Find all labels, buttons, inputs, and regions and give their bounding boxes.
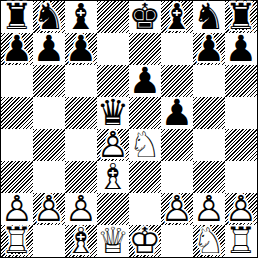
square-c5[interactable] bbox=[65, 97, 97, 129]
square-g6[interactable] bbox=[193, 65, 225, 97]
square-f8[interactable]: ♝♝ bbox=[161, 1, 193, 33]
square-h4[interactable] bbox=[225, 129, 257, 161]
piece-black-pawn[interactable]: ♟♟ bbox=[161, 97, 193, 129]
square-e4[interactable]: ♞♘ bbox=[129, 129, 161, 161]
square-f7[interactable] bbox=[161, 33, 193, 65]
piece-black-pawn[interactable]: ♟♟ bbox=[65, 33, 97, 65]
piece-white-pawn[interactable]: ♟♙ bbox=[33, 193, 65, 225]
piece-black-king[interactable]: ♚♚ bbox=[129, 1, 161, 33]
piece-white-rook[interactable]: ♜♖ bbox=[225, 225, 257, 257]
piece-black-pawn[interactable]: ♟♟ bbox=[193, 33, 225, 65]
black-bishop-icon: ♝ bbox=[161, 1, 193, 33]
square-g5[interactable] bbox=[193, 97, 225, 129]
white-knight-icon: ♘ bbox=[193, 225, 225, 257]
white-bishop-icon: ♗ bbox=[65, 225, 97, 257]
square-a4[interactable] bbox=[1, 129, 33, 161]
piece-white-rook[interactable]: ♜♖ bbox=[1, 225, 33, 257]
square-f1[interactable] bbox=[161, 225, 193, 257]
black-king-icon: ♚ bbox=[129, 1, 161, 33]
square-h1[interactable]: ♜♖ bbox=[225, 225, 257, 257]
square-a7[interactable]: ♟♟ bbox=[1, 33, 33, 65]
white-queen-icon: ♕ bbox=[97, 225, 129, 257]
square-a5[interactable] bbox=[1, 97, 33, 129]
square-g4[interactable] bbox=[193, 129, 225, 161]
square-d8[interactable] bbox=[97, 1, 129, 33]
square-c1[interactable]: ♝♗ bbox=[65, 225, 97, 257]
black-pawn-icon: ♟ bbox=[193, 33, 225, 65]
square-c4[interactable] bbox=[65, 129, 97, 161]
square-h5[interactable] bbox=[225, 97, 257, 129]
square-e1[interactable]: ♚♔ bbox=[129, 225, 161, 257]
piece-white-king[interactable]: ♚♔ bbox=[129, 225, 161, 257]
square-b2[interactable]: ♟♙ bbox=[33, 193, 65, 225]
square-b7[interactable]: ♟♟ bbox=[33, 33, 65, 65]
white-pawn-icon: ♙ bbox=[33, 193, 65, 225]
square-f4[interactable] bbox=[161, 129, 193, 161]
piece-white-bishop[interactable]: ♝♗ bbox=[97, 161, 129, 193]
square-h6[interactable] bbox=[225, 65, 257, 97]
square-b6[interactable] bbox=[33, 65, 65, 97]
piece-white-knight[interactable]: ♞♘ bbox=[129, 129, 161, 161]
square-f2[interactable]: ♟♙ bbox=[161, 193, 193, 225]
square-c7[interactable]: ♟♟ bbox=[65, 33, 97, 65]
white-knight-icon: ♘ bbox=[129, 129, 161, 161]
square-b5[interactable] bbox=[33, 97, 65, 129]
square-b4[interactable] bbox=[33, 129, 65, 161]
black-pawn-icon: ♟ bbox=[129, 65, 161, 97]
piece-black-pawn[interactable]: ♟♟ bbox=[1, 33, 33, 65]
square-b1[interactable] bbox=[33, 225, 65, 257]
piece-black-pawn[interactable]: ♟♟ bbox=[225, 33, 257, 65]
piece-black-pawn[interactable]: ♟♟ bbox=[33, 33, 65, 65]
black-pawn-icon: ♟ bbox=[65, 33, 97, 65]
piece-white-knight[interactable]: ♞♘ bbox=[193, 225, 225, 257]
square-d3[interactable]: ♝♗ bbox=[97, 161, 129, 193]
white-bishop-icon: ♗ bbox=[97, 161, 129, 193]
square-a6[interactable] bbox=[1, 65, 33, 97]
black-pawn-icon: ♟ bbox=[33, 33, 65, 65]
black-pawn-icon: ♟ bbox=[225, 33, 257, 65]
black-pawn-icon: ♟ bbox=[1, 33, 33, 65]
square-c6[interactable] bbox=[65, 65, 97, 97]
square-d1[interactable]: ♛♕ bbox=[97, 225, 129, 257]
black-pawn-icon: ♟ bbox=[161, 97, 193, 129]
square-g7[interactable]: ♟♟ bbox=[193, 33, 225, 65]
square-a1[interactable]: ♜♖ bbox=[1, 225, 33, 257]
square-e8[interactable]: ♚♚ bbox=[129, 1, 161, 33]
square-d7[interactable] bbox=[97, 33, 129, 65]
piece-white-queen[interactable]: ♛♕ bbox=[97, 225, 129, 257]
square-g1[interactable]: ♞♘ bbox=[193, 225, 225, 257]
piece-white-pawn[interactable]: ♟♙ bbox=[161, 193, 193, 225]
white-pawn-icon: ♙ bbox=[161, 193, 193, 225]
piece-black-pawn[interactable]: ♟♟ bbox=[129, 65, 161, 97]
square-f5[interactable]: ♟♟ bbox=[161, 97, 193, 129]
square-e6[interactable]: ♟♟ bbox=[129, 65, 161, 97]
white-rook-icon: ♖ bbox=[225, 225, 257, 257]
chess-board: ♜♜♞♞♝♝♚♚♝♝♞♞♜♜♟♟♟♟♟♟♟♟♟♟♟♟♛♛♟♟♟♙♞♘♝♗♟♙♟♙… bbox=[0, 0, 258, 258]
white-rook-icon: ♖ bbox=[1, 225, 33, 257]
square-e3[interactable] bbox=[129, 161, 161, 193]
piece-black-bishop[interactable]: ♝♝ bbox=[161, 1, 193, 33]
piece-white-bishop[interactable]: ♝♗ bbox=[65, 225, 97, 257]
square-h7[interactable]: ♟♟ bbox=[225, 33, 257, 65]
white-king-icon: ♔ bbox=[129, 225, 161, 257]
